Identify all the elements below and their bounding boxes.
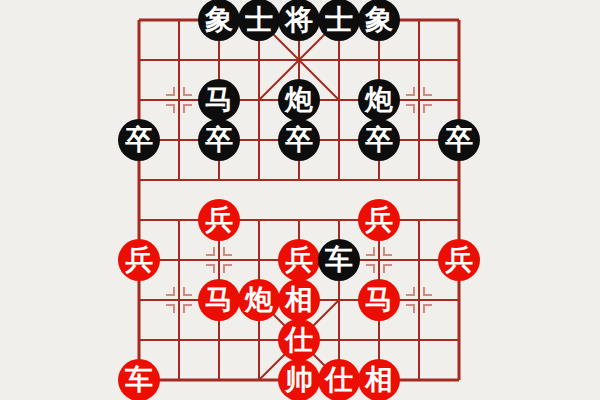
piece-black-cannon[interactable]: 炮 — [358, 79, 400, 121]
piece-black-soldier[interactable]: 卒 — [278, 119, 320, 161]
point-marker — [423, 87, 432, 96]
point-marker — [383, 247, 392, 256]
piece-red-soldier[interactable]: 兵 — [198, 199, 240, 241]
piece-red-elephant[interactable]: 相 — [358, 359, 400, 400]
piece-red-soldier[interactable]: 兵 — [358, 199, 400, 241]
piece-black-horse[interactable]: 马 — [198, 79, 240, 121]
point-marker — [183, 287, 192, 296]
piece-black-soldier[interactable]: 卒 — [118, 119, 160, 161]
piece-black-soldier[interactable]: 卒 — [198, 119, 240, 161]
point-marker — [406, 287, 415, 296]
piece-black-elephant[interactable]: 象 — [358, 0, 400, 41]
point-marker — [223, 247, 232, 256]
piece-black-elephant[interactable]: 象 — [198, 0, 240, 41]
point-marker — [406, 104, 415, 113]
piece-black-general[interactable]: 将 — [278, 0, 320, 41]
piece-black-advisor[interactable]: 士 — [238, 0, 280, 41]
point-marker — [366, 264, 375, 273]
piece-red-horse[interactable]: 马 — [358, 279, 400, 321]
piece-red-advisor[interactable]: 仕 — [318, 359, 360, 400]
point-marker — [423, 287, 432, 296]
point-marker — [166, 287, 175, 296]
piece-red-advisor[interactable]: 仕 — [278, 319, 320, 361]
piece-black-advisor[interactable]: 士 — [318, 0, 360, 41]
piece-red-soldier[interactable]: 兵 — [278, 239, 320, 281]
point-marker — [166, 87, 175, 96]
xiangqi-board: 象士将士象马炮炮卒卒卒卒卒兵兵兵兵车兵马炮相马仕车帅仕相 — [139, 20, 459, 380]
piece-black-chariot[interactable]: 车 — [318, 239, 360, 281]
point-marker — [206, 264, 215, 273]
point-marker — [406, 87, 415, 96]
point-marker — [223, 264, 232, 273]
point-marker — [183, 304, 192, 313]
piece-black-soldier[interactable]: 卒 — [438, 119, 480, 161]
piece-red-elephant[interactable]: 相 — [278, 279, 320, 321]
point-marker — [166, 304, 175, 313]
piece-red-chariot[interactable]: 车 — [118, 359, 160, 400]
point-marker — [183, 104, 192, 113]
point-marker — [383, 264, 392, 273]
piece-red-soldier[interactable]: 兵 — [438, 239, 480, 281]
piece-black-soldier[interactable]: 卒 — [358, 119, 400, 161]
point-marker — [423, 104, 432, 113]
piece-red-horse[interactable]: 马 — [198, 279, 240, 321]
piece-red-cannon[interactable]: 炮 — [238, 279, 280, 321]
point-marker — [183, 87, 192, 96]
piece-red-general[interactable]: 帅 — [278, 359, 320, 400]
point-marker — [423, 304, 432, 313]
point-marker — [206, 247, 215, 256]
point-marker — [406, 304, 415, 313]
point-marker — [166, 104, 175, 113]
piece-red-soldier[interactable]: 兵 — [118, 239, 160, 281]
point-marker — [366, 247, 375, 256]
xiangqi-game-screenshot: 象士将士象马炮炮卒卒卒卒卒兵兵兵兵车兵马炮相马仕车帅仕相 — [0, 0, 600, 400]
piece-black-cannon[interactable]: 炮 — [278, 79, 320, 121]
